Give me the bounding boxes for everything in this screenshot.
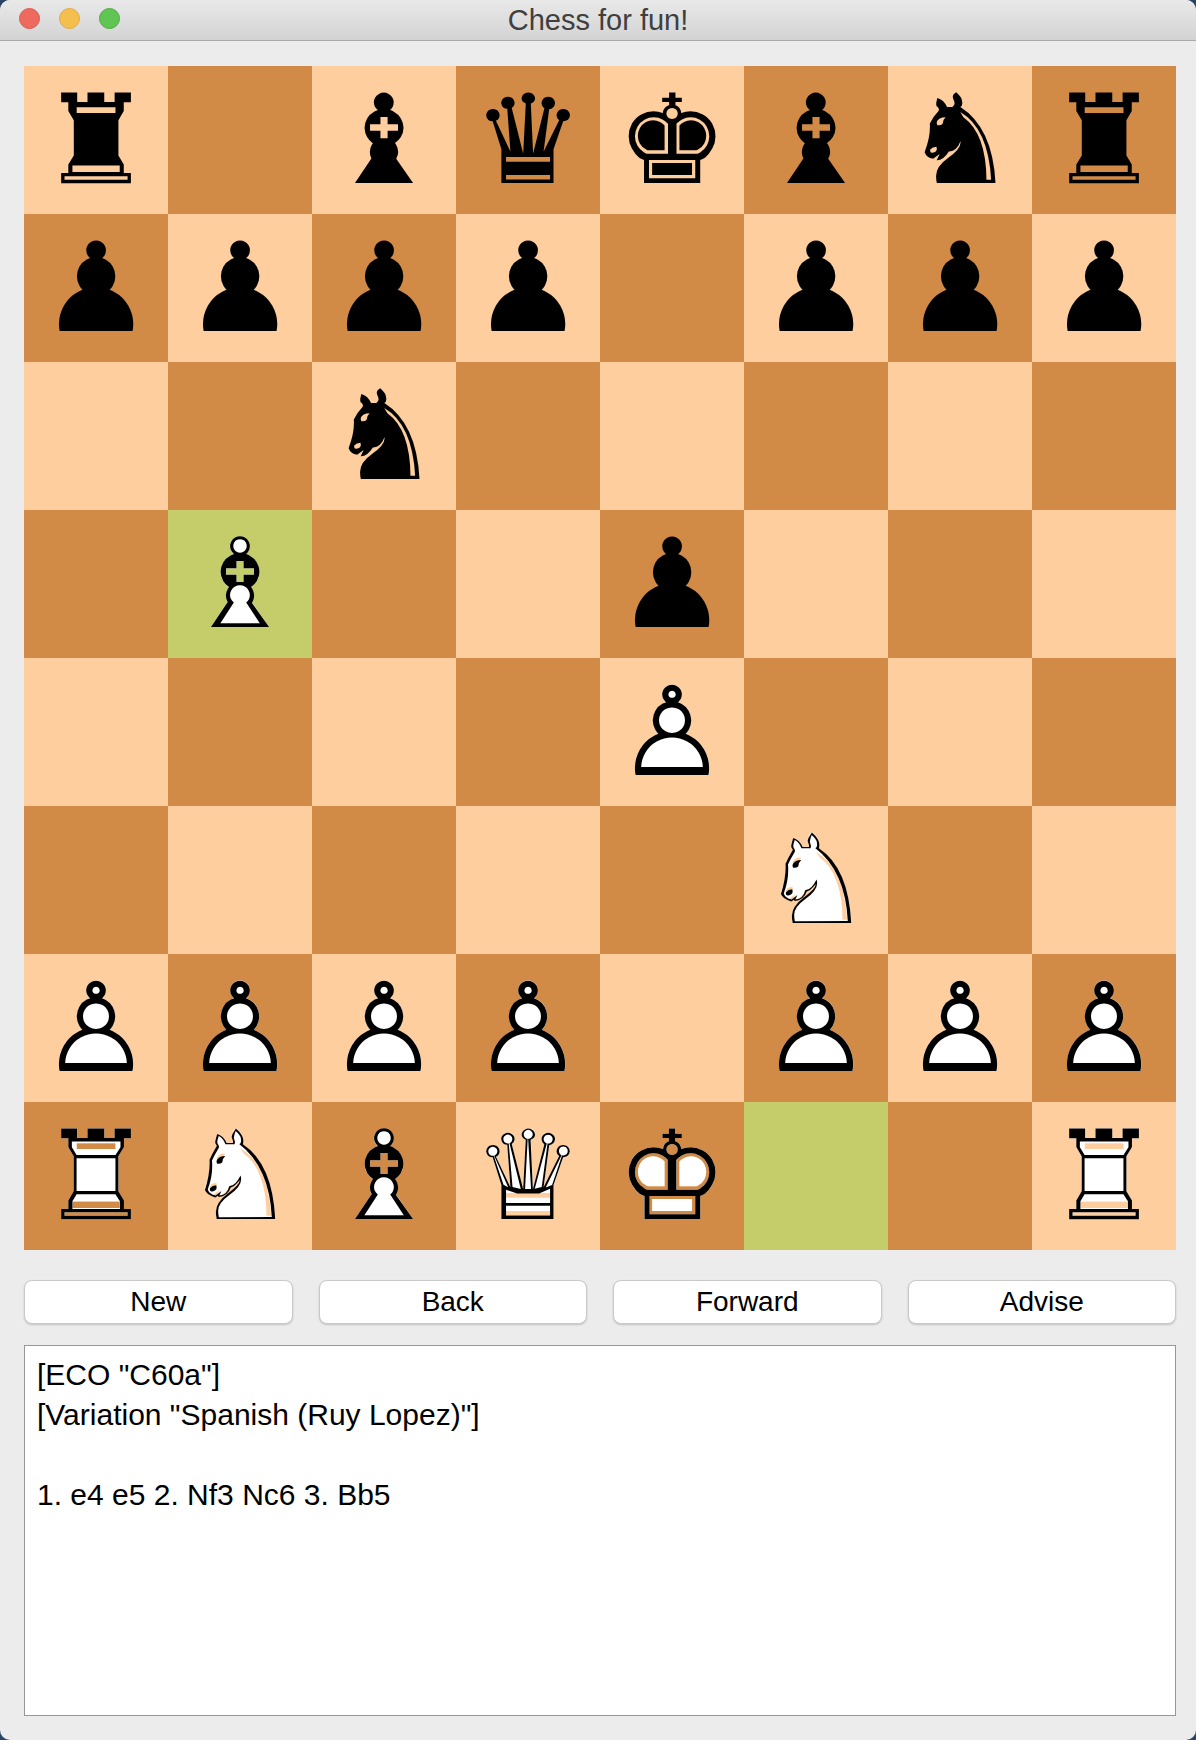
square-c8[interactable]: ♝ (312, 66, 456, 214)
square-b6[interactable] (168, 362, 312, 510)
square-e2[interactable] (600, 954, 744, 1102)
square-b2[interactable]: ♟♙ (168, 954, 312, 1102)
app-window: Chess for fun! ♜♝♛♚♝♞♜♟♟♟♟♟♟♟♞♝♗♟♟♙♞♘♟♙♟… (0, 0, 1196, 1740)
square-h1[interactable]: ♜♖ (1032, 1102, 1176, 1250)
square-a4[interactable] (24, 658, 168, 806)
square-e6[interactable] (600, 362, 744, 510)
piece-black-pawn: ♟ (744, 214, 888, 362)
piece-black-rook: ♜ (1032, 66, 1176, 214)
square-e3[interactable] (600, 806, 744, 954)
square-h8[interactable]: ♜ (1032, 66, 1176, 214)
square-a6[interactable] (24, 362, 168, 510)
square-h7[interactable]: ♟ (1032, 214, 1176, 362)
square-f4[interactable] (744, 658, 888, 806)
square-b4[interactable] (168, 658, 312, 806)
square-d1[interactable]: ♛♕ (456, 1102, 600, 1250)
square-f2[interactable]: ♟♙ (744, 954, 888, 1102)
square-h3[interactable] (1032, 806, 1176, 954)
window-title: Chess for fun! (0, 0, 1196, 40)
piece-white-rook: ♖ (24, 1102, 168, 1250)
piece-black-pawn: ♟ (1032, 214, 1176, 362)
square-c5[interactable] (312, 510, 456, 658)
toolbar: New Back Forward Advise (24, 1280, 1176, 1324)
square-d3[interactable] (456, 806, 600, 954)
square-a7[interactable]: ♟ (24, 214, 168, 362)
piece-white-pawn: ♙ (1032, 954, 1176, 1102)
square-e1[interactable]: ♚♔ (600, 1102, 744, 1250)
piece-white-pawn: ♙ (888, 954, 1032, 1102)
square-b7[interactable]: ♟ (168, 214, 312, 362)
square-e4[interactable]: ♟♙ (600, 658, 744, 806)
square-g7[interactable]: ♟ (888, 214, 1032, 362)
square-f5[interactable] (744, 510, 888, 658)
new-button[interactable]: New (24, 1280, 293, 1324)
back-button[interactable]: Back (319, 1280, 588, 1324)
piece-black-bishop: ♝ (744, 66, 888, 214)
piece-black-pawn: ♟ (312, 214, 456, 362)
minimize-button[interactable] (59, 8, 80, 29)
square-c3[interactable] (312, 806, 456, 954)
square-g5[interactable] (888, 510, 1032, 658)
square-f1[interactable] (744, 1102, 888, 1250)
square-f6[interactable] (744, 362, 888, 510)
square-b3[interactable] (168, 806, 312, 954)
piece-black-pawn: ♟ (168, 214, 312, 362)
piece-white-pawn: ♙ (24, 954, 168, 1102)
square-c4[interactable] (312, 658, 456, 806)
piece-white-bishop: ♗ (168, 510, 312, 658)
square-g8[interactable]: ♞ (888, 66, 1032, 214)
piece-black-pawn: ♟ (24, 214, 168, 362)
piece-white-pawn: ♙ (168, 954, 312, 1102)
square-c6[interactable]: ♞ (312, 362, 456, 510)
square-a1[interactable]: ♜♖ (24, 1102, 168, 1250)
square-c7[interactable]: ♟ (312, 214, 456, 362)
chess-board: ♜♝♛♚♝♞♜♟♟♟♟♟♟♟♞♝♗♟♟♙♞♘♟♙♟♙♟♙♟♙♟♙♟♙♟♙♜♖♞♘… (24, 66, 1176, 1250)
square-d2[interactable]: ♟♙ (456, 954, 600, 1102)
piece-white-pawn: ♙ (744, 954, 888, 1102)
piece-black-pawn: ♟ (456, 214, 600, 362)
square-g6[interactable] (888, 362, 1032, 510)
piece-black-pawn: ♟ (888, 214, 1032, 362)
square-a8[interactable]: ♜ (24, 66, 168, 214)
square-d8[interactable]: ♛ (456, 66, 600, 214)
square-g3[interactable] (888, 806, 1032, 954)
square-h2[interactable]: ♟♙ (1032, 954, 1176, 1102)
piece-white-bishop: ♗ (312, 1102, 456, 1250)
piece-black-knight: ♞ (312, 362, 456, 510)
square-c1[interactable]: ♝♗ (312, 1102, 456, 1250)
square-a5[interactable] (24, 510, 168, 658)
piece-white-pawn: ♙ (456, 954, 600, 1102)
piece-black-pawn: ♟ (600, 510, 744, 658)
piece-white-queen: ♕ (456, 1102, 600, 1250)
close-button[interactable] (19, 8, 40, 29)
square-b8[interactable] (168, 66, 312, 214)
square-d6[interactable] (456, 362, 600, 510)
square-a3[interactable] (24, 806, 168, 954)
square-b1[interactable]: ♞♘ (168, 1102, 312, 1250)
piece-black-rook: ♜ (24, 66, 168, 214)
advise-button[interactable]: Advise (908, 1280, 1177, 1324)
piece-black-queen: ♛ (456, 66, 600, 214)
square-e5[interactable]: ♟ (600, 510, 744, 658)
square-h6[interactable] (1032, 362, 1176, 510)
pgn-text-area[interactable]: [ECO "C60a"] [Variation "Spanish (Ruy Lo… (24, 1345, 1176, 1716)
square-d4[interactable] (456, 658, 600, 806)
square-h4[interactable] (1032, 658, 1176, 806)
piece-black-knight: ♞ (888, 66, 1032, 214)
piece-white-pawn: ♙ (312, 954, 456, 1102)
forward-button[interactable]: Forward (613, 1280, 882, 1324)
square-f8[interactable]: ♝ (744, 66, 888, 214)
square-g1[interactable] (888, 1102, 1032, 1250)
square-c2[interactable]: ♟♙ (312, 954, 456, 1102)
square-d5[interactable] (456, 510, 600, 658)
piece-black-king: ♚ (600, 66, 744, 214)
piece-white-king: ♔ (600, 1102, 744, 1250)
piece-white-knight: ♘ (168, 1102, 312, 1250)
square-f3[interactable]: ♞♘ (744, 806, 888, 954)
square-f7[interactable]: ♟ (744, 214, 888, 362)
square-e8[interactable]: ♚ (600, 66, 744, 214)
piece-black-bishop: ♝ (312, 66, 456, 214)
piece-white-knight: ♘ (744, 806, 888, 954)
square-d7[interactable]: ♟ (456, 214, 600, 362)
title-bar: Chess for fun! (0, 0, 1196, 41)
piece-white-rook: ♖ (1032, 1102, 1176, 1250)
piece-white-pawn: ♙ (600, 658, 744, 806)
square-g4[interactable] (888, 658, 1032, 806)
zoom-button[interactable] (99, 8, 120, 29)
square-g2[interactable]: ♟♙ (888, 954, 1032, 1102)
square-e7[interactable] (600, 214, 744, 362)
square-a2[interactable]: ♟♙ (24, 954, 168, 1102)
square-h5[interactable] (1032, 510, 1176, 658)
square-b5[interactable]: ♝♗ (168, 510, 312, 658)
